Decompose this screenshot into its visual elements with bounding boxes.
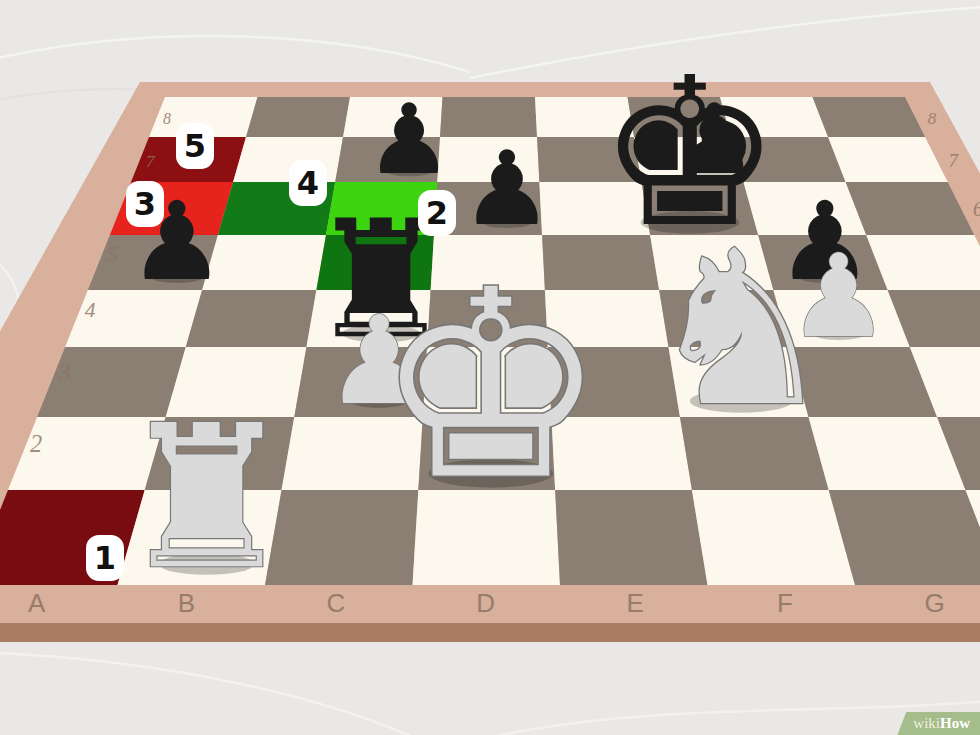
file-label-A: A xyxy=(28,588,46,618)
badge-number: 5 xyxy=(184,127,206,165)
marker-badge-5: 5 xyxy=(176,123,214,169)
black-pawn-c7: ♟ xyxy=(366,83,453,196)
rank-label-right-7: 7 xyxy=(949,151,959,171)
rank-label-left-4: 4 xyxy=(85,298,96,322)
file-label-G: G xyxy=(924,588,945,618)
chessboard: ABCDEFG8765432876♟♟♟♚♟♟♜♟♟♞♚♜12345 xyxy=(0,0,980,735)
white-knight-f3: ♞ xyxy=(646,205,837,453)
white-king-d2: ♚ xyxy=(374,234,607,536)
rank-label-right-6: 6 xyxy=(973,198,980,220)
file-label-F: F xyxy=(777,588,794,618)
file-label-E: E xyxy=(627,588,645,618)
rank-label-left-5: 5 xyxy=(107,243,117,265)
watermark-how: How xyxy=(940,715,970,731)
square-f1 xyxy=(692,490,855,585)
square-b8 xyxy=(246,97,350,137)
rank-label-left-2: 2 xyxy=(30,430,42,457)
watermark-wiki: wiki xyxy=(913,715,940,731)
marker-badge-2: 2 xyxy=(418,190,456,236)
badge-number: 1 xyxy=(94,539,116,577)
black-pawn-d6: ♟ xyxy=(461,129,553,248)
board-front-edge xyxy=(0,623,980,642)
marker-badge-4: 4 xyxy=(289,160,327,206)
file-label-D: D xyxy=(476,588,496,618)
rank-label-left-3: 3 xyxy=(58,360,71,385)
marker-badge-3: 3 xyxy=(126,181,164,227)
square-g1 xyxy=(829,490,980,585)
badge-number: 2 xyxy=(426,194,448,232)
rank-label-right-8: 8 xyxy=(928,109,937,128)
marker-badge-1: 1 xyxy=(86,535,124,581)
chess-illustration: ABCDEFG8765432876♟♟♟♚♟♟♜♟♟♞♚♜12345 wikiH… xyxy=(0,0,980,735)
rank-label-left-7: 7 xyxy=(146,151,156,171)
wikihow-watermark: wikiHow xyxy=(897,712,980,735)
badge-number: 3 xyxy=(134,185,156,223)
badge-number: 4 xyxy=(297,164,319,202)
file-label-C: C xyxy=(327,588,347,618)
white-rook-b1: ♜ xyxy=(118,383,295,613)
rank-label-left-8: 8 xyxy=(163,110,171,127)
